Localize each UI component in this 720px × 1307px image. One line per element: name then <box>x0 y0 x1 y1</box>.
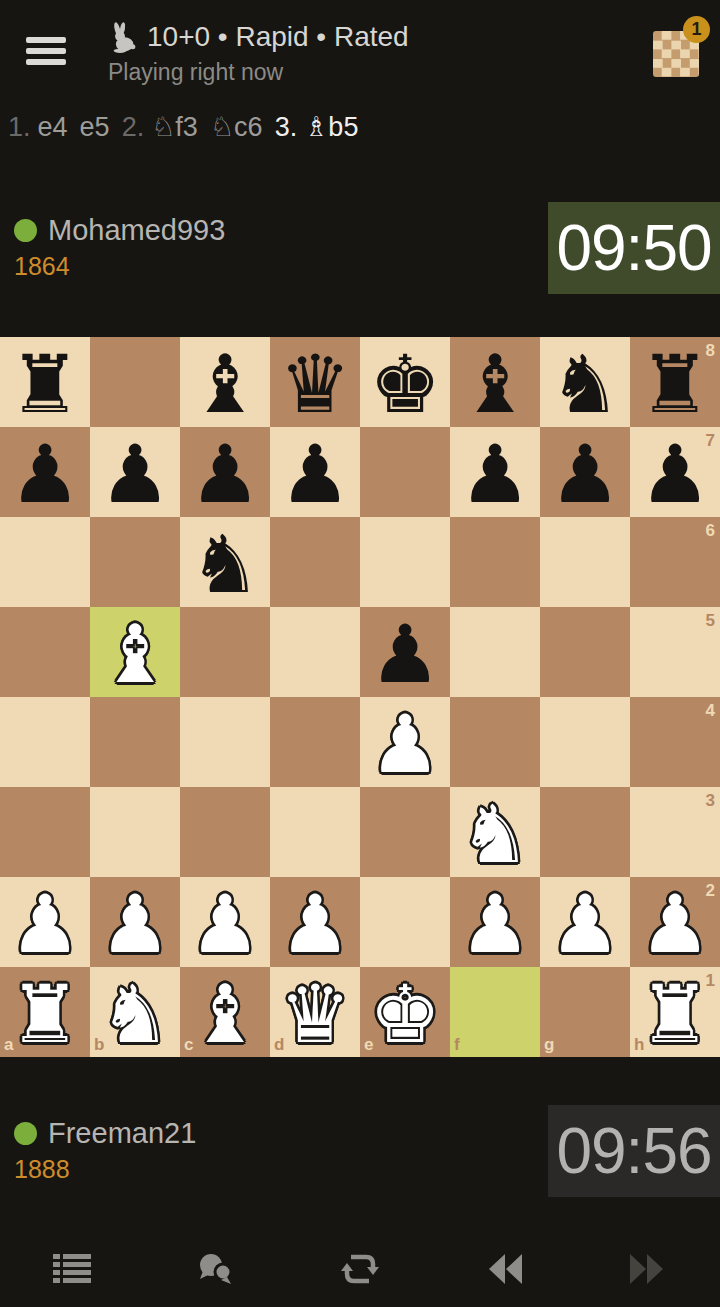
hamburger-menu-icon[interactable] <box>26 37 66 71</box>
square-a8[interactable]: ♜ <box>0 337 90 427</box>
chat-icon[interactable] <box>144 1231 288 1307</box>
square-h4[interactable]: 4 <box>630 697 720 787</box>
black-queen-d8[interactable]: ♛ <box>270 337 360 427</box>
square-d8[interactable]: ♛ <box>270 337 360 427</box>
online-dot <box>14 1122 37 1145</box>
square-b5[interactable]: ♝ <box>90 607 180 697</box>
square-c4[interactable] <box>180 697 270 787</box>
white-pawn-e4[interactable]: ♟ <box>360 697 450 787</box>
square-b7[interactable]: ♟ <box>90 427 180 517</box>
square-h6[interactable]: 6 <box>630 517 720 607</box>
coord-file-e: e <box>364 1036 373 1053</box>
black-knight-c6[interactable]: ♞ <box>180 517 270 607</box>
square-g4[interactable] <box>540 697 630 787</box>
coord-rank-5: 5 <box>706 612 715 629</box>
square-a2[interactable]: ♟ <box>0 877 90 967</box>
black-knight-g8[interactable]: ♞ <box>540 337 630 427</box>
square-h1[interactable]: ♜h1 <box>630 967 720 1057</box>
move-san[interactable]: e4 <box>38 112 68 142</box>
game-header: 10+0 • Rapid • Rated Playing right now <box>108 21 409 86</box>
coord-file-b: b <box>94 1036 104 1053</box>
square-f7[interactable]: ♟ <box>450 427 540 517</box>
player-bottom-rating: 1888 <box>14 1155 70 1184</box>
square-b4[interactable] <box>90 697 180 787</box>
move-san-current[interactable]: ♗b5 <box>304 112 358 142</box>
black-pawn-e5[interactable]: ♟ <box>360 607 450 697</box>
white-bishop-c1[interactable]: ♝ <box>180 967 270 1057</box>
square-f2[interactable]: ♟ <box>450 877 540 967</box>
square-c3[interactable] <box>180 787 270 877</box>
square-c8[interactable]: ♝ <box>180 337 270 427</box>
square-e1[interactable]: ♚e <box>360 967 450 1057</box>
coord-rank-8: 8 <box>706 342 715 359</box>
square-e4[interactable]: ♟ <box>360 697 450 787</box>
square-c7[interactable]: ♟ <box>180 427 270 517</box>
square-g3[interactable] <box>540 787 630 877</box>
square-g1[interactable]: g <box>540 967 630 1057</box>
square-f5[interactable] <box>450 607 540 697</box>
coord-rank-2: 2 <box>706 882 715 899</box>
square-c2[interactable]: ♟ <box>180 877 270 967</box>
white-pawn-f2[interactable]: ♟ <box>450 877 540 967</box>
white-pawn-b2[interactable]: ♟ <box>90 877 180 967</box>
coord-file-g: g <box>544 1036 554 1053</box>
white-pawn-g2[interactable]: ♟ <box>540 877 630 967</box>
square-h2[interactable]: ♟2 <box>630 877 720 967</box>
notification-badge: 1 <box>683 16 710 43</box>
black-rook-a8[interactable]: ♜ <box>0 337 90 427</box>
black-pawn-d7[interactable]: ♟ <box>270 427 360 517</box>
game-title: 10+0 • Rapid • Rated <box>147 21 409 53</box>
square-h5[interactable]: 5 <box>630 607 720 697</box>
black-pawn-b7[interactable]: ♟ <box>90 427 180 517</box>
square-a1[interactable]: ♜a <box>0 967 90 1057</box>
move-number-current: 3. <box>275 112 298 142</box>
square-c5[interactable] <box>180 607 270 697</box>
moves-list-icon[interactable] <box>0 1231 144 1307</box>
square-d4[interactable] <box>270 697 360 787</box>
player-bottom-clock: 09:56 <box>548 1105 720 1197</box>
coord-file-h: h <box>634 1036 644 1053</box>
player-top-rating: 1864 <box>14 252 70 281</box>
square-b3[interactable] <box>90 787 180 877</box>
move-number: 1. <box>8 112 31 142</box>
black-bishop-f8[interactable]: ♝ <box>450 337 540 427</box>
square-h3[interactable]: 3 <box>630 787 720 877</box>
rewind-icon[interactable] <box>432 1231 576 1307</box>
player-bottom-name[interactable]: Freeman21 <box>48 1117 196 1150</box>
coord-rank-3: 3 <box>706 792 715 809</box>
coord-file-f: f <box>454 1036 460 1053</box>
square-b2[interactable]: ♟ <box>90 877 180 967</box>
square-c1[interactable]: ♝c <box>180 967 270 1057</box>
square-h7[interactable]: ♟7 <box>630 427 720 517</box>
square-f8[interactable]: ♝ <box>450 337 540 427</box>
bottom-toolbar <box>0 1231 720 1307</box>
square-g7[interactable]: ♟ <box>540 427 630 517</box>
white-rook-a1[interactable]: ♜ <box>0 967 90 1057</box>
square-d2[interactable]: ♟ <box>270 877 360 967</box>
player-top: Mohamed993 1864 09:50 <box>0 202 720 294</box>
square-e2[interactable] <box>360 877 450 967</box>
square-g2[interactable]: ♟ <box>540 877 630 967</box>
coord-rank-6: 6 <box>706 522 715 539</box>
player-top-name[interactable]: Mohamed993 <box>48 214 225 247</box>
square-a4[interactable] <box>0 697 90 787</box>
square-d1[interactable]: ♛d <box>270 967 360 1057</box>
move-san[interactable]: ♘c6 <box>210 112 263 142</box>
game-screen: 10+0 • Rapid • Rated Playing right now 1… <box>0 0 720 1307</box>
square-a5[interactable] <box>0 607 90 697</box>
black-pawn-c7[interactable]: ♟ <box>180 427 270 517</box>
coord-file-a: a <box>4 1036 13 1053</box>
square-e5[interactable]: ♟ <box>360 607 450 697</box>
square-d5[interactable] <box>270 607 360 697</box>
white-pawn-c2[interactable]: ♟ <box>180 877 270 967</box>
square-e7[interactable] <box>360 427 450 517</box>
square-g8[interactable]: ♞ <box>540 337 630 427</box>
black-king-e8[interactable]: ♚ <box>360 337 450 427</box>
square-b6[interactable] <box>90 517 180 607</box>
square-d7[interactable]: ♟ <box>270 427 360 517</box>
square-f4[interactable] <box>450 697 540 787</box>
square-b8[interactable] <box>90 337 180 427</box>
square-e8[interactable]: ♚ <box>360 337 450 427</box>
player-top-clock: 09:50 <box>548 202 720 294</box>
online-dot <box>14 219 37 242</box>
square-e6[interactable] <box>360 517 450 607</box>
fast-forward-icon[interactable] <box>576 1231 720 1307</box>
square-g5[interactable] <box>540 607 630 697</box>
square-f3[interactable]: ♞ <box>450 787 540 877</box>
move-san[interactable]: e5 <box>80 112 110 142</box>
white-pawn-a2[interactable]: ♟ <box>0 877 90 967</box>
square-a6[interactable] <box>0 517 90 607</box>
coord-rank-7: 7 <box>706 432 715 449</box>
player-bottom: Freeman21 1888 09:56 <box>0 1105 720 1197</box>
white-bishop-b5[interactable]: ♝ <box>90 607 180 697</box>
coord-rank-1: 1 <box>706 972 715 989</box>
white-pawn-d2[interactable]: ♟ <box>270 877 360 967</box>
move-list[interactable]: 1.e4e52.♘f3♘c63.♗b5 <box>8 111 370 143</box>
coord-file-d: d <box>274 1036 284 1053</box>
black-pawn-a7[interactable]: ♟ <box>0 427 90 517</box>
chess-board[interactable]: ♜♝♛♚♝♞♜8♟♟♟♟♟♟♟7♞6♝♟5♟4♞3♟♟♟♟♟♟♟2♜a♞b♝c♛… <box>0 337 720 1057</box>
move-number: 2. <box>122 112 145 142</box>
coord-file-c: c <box>184 1036 193 1053</box>
square-d6[interactable] <box>270 517 360 607</box>
square-a3[interactable] <box>0 787 90 877</box>
black-pawn-f7[interactable]: ♟ <box>450 427 540 517</box>
white-knight-f3[interactable]: ♞ <box>450 787 540 877</box>
white-king-e1[interactable]: ♚ <box>360 967 450 1057</box>
black-bishop-c8[interactable]: ♝ <box>180 337 270 427</box>
square-c6[interactable]: ♞ <box>180 517 270 607</box>
move-san[interactable]: ♘f3 <box>151 112 198 142</box>
square-f1[interactable]: f <box>450 967 540 1057</box>
square-e3[interactable] <box>360 787 450 877</box>
square-d3[interactable] <box>270 787 360 877</box>
game-status: Playing right now <box>108 59 409 86</box>
black-pawn-g7[interactable]: ♟ <box>540 427 630 517</box>
square-b1[interactable]: ♞b <box>90 967 180 1057</box>
coord-rank-4: 4 <box>706 702 715 719</box>
flip-board-icon[interactable] <box>288 1231 432 1307</box>
square-h8[interactable]: ♜8 <box>630 337 720 427</box>
square-a7[interactable]: ♟ <box>0 427 90 517</box>
rabbit-icon <box>108 21 138 53</box>
square-g6[interactable] <box>540 517 630 607</box>
square-f6[interactable] <box>450 517 540 607</box>
